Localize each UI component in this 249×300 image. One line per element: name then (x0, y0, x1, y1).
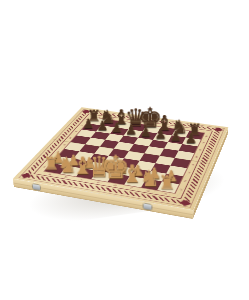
board-top: abcdefgh abcdefgh 87654321 87654321 ♜♞♝♛… (13, 107, 229, 210)
piece-cell-h6 (180, 144, 199, 153)
piece-black-pawn: ♟ (185, 131, 197, 145)
piece-black-pawn: ♟ (125, 123, 137, 136)
piece-black-pawn: ♟ (111, 121, 123, 134)
chess-set-photo: abcdefgh abcdefgh 87654321 87654321 ♜♞♝♛… (0, 0, 249, 300)
chess-set: abcdefgh abcdefgh 87654321 87654321 ♜♞♝♛… (13, 107, 229, 210)
piece-white-knight: ♞ (139, 167, 159, 189)
piece-white-rook: ♜ (158, 173, 175, 192)
latch (143, 204, 151, 210)
piece-black-pawn: ♟ (83, 117, 95, 130)
scene: abcdefgh abcdefgh 87654321 87654321 ♜♞♝♛… (44, 66, 214, 236)
piece-black-pawn: ♟ (155, 127, 167, 141)
piece-black-pawn: ♟ (97, 119, 109, 132)
piece-black-pawn: ♟ (170, 129, 182, 143)
latch (33, 184, 40, 189)
piece-black-pawn: ♟ (140, 125, 152, 138)
